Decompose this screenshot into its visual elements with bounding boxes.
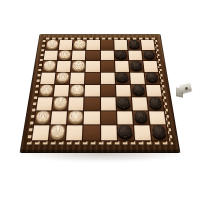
checker-dark[interactable] xyxy=(148,97,162,108)
square-r1c4[interactable] xyxy=(87,40,100,50)
square-r8c1[interactable] xyxy=(32,126,50,141)
square-r4c4[interactable] xyxy=(85,73,99,84)
square-r3c1[interactable] xyxy=(42,61,57,72)
checker-dark[interactable] xyxy=(132,84,146,94)
square-r2c4[interactable] xyxy=(86,50,99,60)
checker-dark[interactable] xyxy=(151,125,167,137)
square-r6c8[interactable] xyxy=(147,97,163,110)
square-r8c5[interactable] xyxy=(101,126,117,141)
square-r2c6[interactable] xyxy=(114,50,128,60)
checker-light[interactable] xyxy=(59,50,71,59)
square-r6c6[interactable] xyxy=(116,97,131,110)
square-r3c5[interactable] xyxy=(100,61,114,72)
checker-light[interactable] xyxy=(74,40,86,48)
square-r7c8[interactable] xyxy=(149,111,166,125)
square-r3c7[interactable] xyxy=(129,61,143,72)
square-r3c8[interactable] xyxy=(143,61,158,72)
square-r3c3[interactable] xyxy=(71,61,85,72)
square-r5c6[interactable] xyxy=(116,85,131,97)
checker-dark[interactable] xyxy=(130,61,143,70)
square-r8c6[interactable] xyxy=(117,126,134,141)
decorative-border xyxy=(27,38,173,145)
square-r6c4[interactable] xyxy=(84,97,99,110)
checker-light[interactable] xyxy=(35,111,50,123)
square-r1c6[interactable] xyxy=(114,40,127,50)
checker-light[interactable] xyxy=(56,72,69,82)
photo-background xyxy=(0,0,200,200)
checker-light[interactable] xyxy=(46,40,58,48)
checker-light[interactable] xyxy=(50,125,65,137)
square-r6c2[interactable] xyxy=(52,97,68,110)
checker-light[interactable] xyxy=(70,84,83,94)
checker-light[interactable] xyxy=(53,97,67,108)
checker-light[interactable] xyxy=(39,84,53,94)
square-r5c3[interactable] xyxy=(69,85,84,97)
square-r5c7[interactable] xyxy=(131,85,146,97)
checker-light[interactable] xyxy=(72,61,84,70)
square-r4c1[interactable] xyxy=(40,73,55,84)
checker-dark[interactable] xyxy=(145,72,158,82)
square-r4c8[interactable] xyxy=(144,73,159,84)
square-r1c5[interactable] xyxy=(100,40,113,50)
square-r4c5[interactable] xyxy=(100,73,114,84)
square-r5c5[interactable] xyxy=(100,85,115,97)
square-r7c4[interactable] xyxy=(84,111,100,125)
square-r2c3[interactable] xyxy=(72,50,86,60)
square-r2c7[interactable] xyxy=(128,50,142,60)
square-r5c2[interactable] xyxy=(54,85,69,97)
square-r8c3[interactable] xyxy=(66,126,83,141)
square-r4c7[interactable] xyxy=(130,73,145,84)
square-r3c4[interactable] xyxy=(86,61,100,72)
square-r1c8[interactable] xyxy=(141,40,155,50)
checker-light[interactable] xyxy=(43,61,56,70)
checker-dark[interactable] xyxy=(128,40,140,48)
square-r7c1[interactable] xyxy=(34,111,51,125)
clasp-hole xyxy=(185,87,188,90)
square-r1c3[interactable] xyxy=(73,40,86,50)
checker-dark[interactable] xyxy=(116,72,129,82)
square-r7c7[interactable] xyxy=(133,111,150,125)
board-frame xyxy=(20,34,181,153)
square-r2c8[interactable] xyxy=(142,50,156,60)
square-r7c3[interactable] xyxy=(67,111,83,125)
square-r4c6[interactable] xyxy=(115,73,130,84)
square-r6c7[interactable] xyxy=(132,97,148,110)
square-r3c2[interactable] xyxy=(57,61,71,72)
square-r4c3[interactable] xyxy=(70,73,85,84)
square-r3c6[interactable] xyxy=(115,61,129,72)
square-r2c5[interactable] xyxy=(100,50,113,60)
square-r8c4[interactable] xyxy=(83,126,99,141)
square-r8c2[interactable] xyxy=(49,126,66,141)
square-r1c2[interactable] xyxy=(59,40,73,50)
square-r4c2[interactable] xyxy=(55,73,70,84)
square-r8c8[interactable] xyxy=(150,126,168,141)
square-r1c7[interactable] xyxy=(127,40,141,50)
checkers-board xyxy=(20,34,181,153)
square-r7c6[interactable] xyxy=(117,111,133,125)
board-grid xyxy=(31,40,170,142)
checker-dark[interactable] xyxy=(134,111,149,123)
square-r7c2[interactable] xyxy=(51,111,68,125)
square-r1c1[interactable] xyxy=(45,40,59,50)
square-r5c8[interactable] xyxy=(146,85,162,97)
square-r6c1[interactable] xyxy=(36,97,52,110)
square-r6c5[interactable] xyxy=(101,97,116,110)
checker-dark[interactable] xyxy=(118,125,133,137)
square-r2c1[interactable] xyxy=(44,50,58,60)
checker-dark[interactable] xyxy=(115,50,127,59)
square-r2c2[interactable] xyxy=(58,50,72,60)
metal-clasp-icon xyxy=(176,83,195,100)
square-r8c7[interactable] xyxy=(134,126,151,141)
square-r7c5[interactable] xyxy=(101,111,117,125)
checker-dark[interactable] xyxy=(143,50,156,59)
square-r5c1[interactable] xyxy=(38,85,54,97)
square-r5c4[interactable] xyxy=(85,85,100,97)
checker-dark[interactable] xyxy=(117,97,131,108)
square-r6c3[interactable] xyxy=(68,97,83,110)
checker-light[interactable] xyxy=(68,111,82,123)
